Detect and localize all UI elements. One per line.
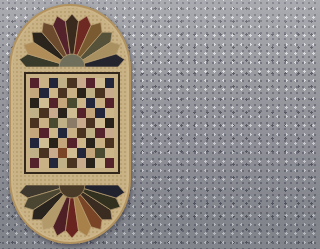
- board-square: [49, 118, 58, 128]
- board-square: [30, 78, 39, 88]
- dresden-fan-top: [18, 11, 126, 67]
- board-square: [86, 118, 95, 128]
- board-square: [30, 118, 39, 128]
- board-square: [105, 118, 114, 128]
- board-square: [95, 128, 104, 138]
- board-square: [58, 148, 67, 158]
- board-square: [67, 118, 76, 128]
- board-square: [39, 78, 48, 88]
- board-square: [67, 158, 76, 168]
- board-square: [30, 138, 39, 148]
- checkerboard: [30, 78, 114, 168]
- board-square: [105, 128, 114, 138]
- board-square: [58, 118, 67, 128]
- board-square: [86, 128, 95, 138]
- board-square: [77, 128, 86, 138]
- board-square: [49, 78, 58, 88]
- board-square: [58, 158, 67, 168]
- board-square: [49, 148, 58, 158]
- board-square: [86, 98, 95, 108]
- board-square: [86, 108, 95, 118]
- board-square: [105, 158, 114, 168]
- board-square: [95, 138, 104, 148]
- board-square: [86, 148, 95, 158]
- board-square: [39, 118, 48, 128]
- board-square: [58, 108, 67, 118]
- board-square: [39, 98, 48, 108]
- board-square: [58, 88, 67, 98]
- board-square: [77, 118, 86, 128]
- board-square: [58, 78, 67, 88]
- board-square: [39, 158, 48, 168]
- board-square: [105, 138, 114, 148]
- board-square: [95, 108, 104, 118]
- board-square: [95, 158, 104, 168]
- board-square: [95, 118, 104, 128]
- board-square: [105, 88, 114, 98]
- board-square: [105, 148, 114, 158]
- board-square: [67, 88, 76, 98]
- board-square: [58, 138, 67, 148]
- board-square: [39, 138, 48, 148]
- board-square: [49, 88, 58, 98]
- board-square: [86, 138, 95, 148]
- board-square: [77, 98, 86, 108]
- board-square: [86, 78, 95, 88]
- board-square: [77, 78, 86, 88]
- board-square: [30, 108, 39, 118]
- dresden-fan-bottom: [18, 185, 126, 241]
- board-square: [95, 98, 104, 108]
- board-square: [86, 88, 95, 98]
- board-square: [49, 108, 58, 118]
- board-square: [39, 128, 48, 138]
- board-square: [58, 98, 67, 108]
- board-square: [67, 98, 76, 108]
- board-square: [39, 88, 48, 98]
- board-square: [67, 148, 76, 158]
- board-square: [39, 148, 48, 158]
- board-square: [105, 108, 114, 118]
- board-square: [95, 148, 104, 158]
- board-square: [49, 98, 58, 108]
- board-square: [67, 78, 76, 88]
- board-square: [49, 158, 58, 168]
- board-square: [77, 148, 86, 158]
- board-square: [49, 128, 58, 138]
- board-square: [67, 128, 76, 138]
- board-square: [77, 138, 86, 148]
- board-square: [105, 98, 114, 108]
- board-square: [77, 158, 86, 168]
- board-square: [95, 78, 104, 88]
- board-square: [30, 158, 39, 168]
- board-frame: [24, 72, 120, 174]
- board-square: [86, 158, 95, 168]
- board-square: [67, 108, 76, 118]
- board-square: [95, 88, 104, 98]
- board-square: [49, 138, 58, 148]
- board-square: [30, 88, 39, 98]
- board-square: [39, 108, 48, 118]
- photo-background: { "game": "checkers", "board_type": "han…: [0, 0, 140, 249]
- game-board-mat: [9, 4, 131, 244]
- board-square: [67, 138, 76, 148]
- board-square: [30, 148, 39, 158]
- board-square: [77, 88, 86, 98]
- board-square: [77, 108, 86, 118]
- board-square: [30, 128, 39, 138]
- board-square: [105, 78, 114, 88]
- board-square: [58, 128, 67, 138]
- board-square: [30, 98, 39, 108]
